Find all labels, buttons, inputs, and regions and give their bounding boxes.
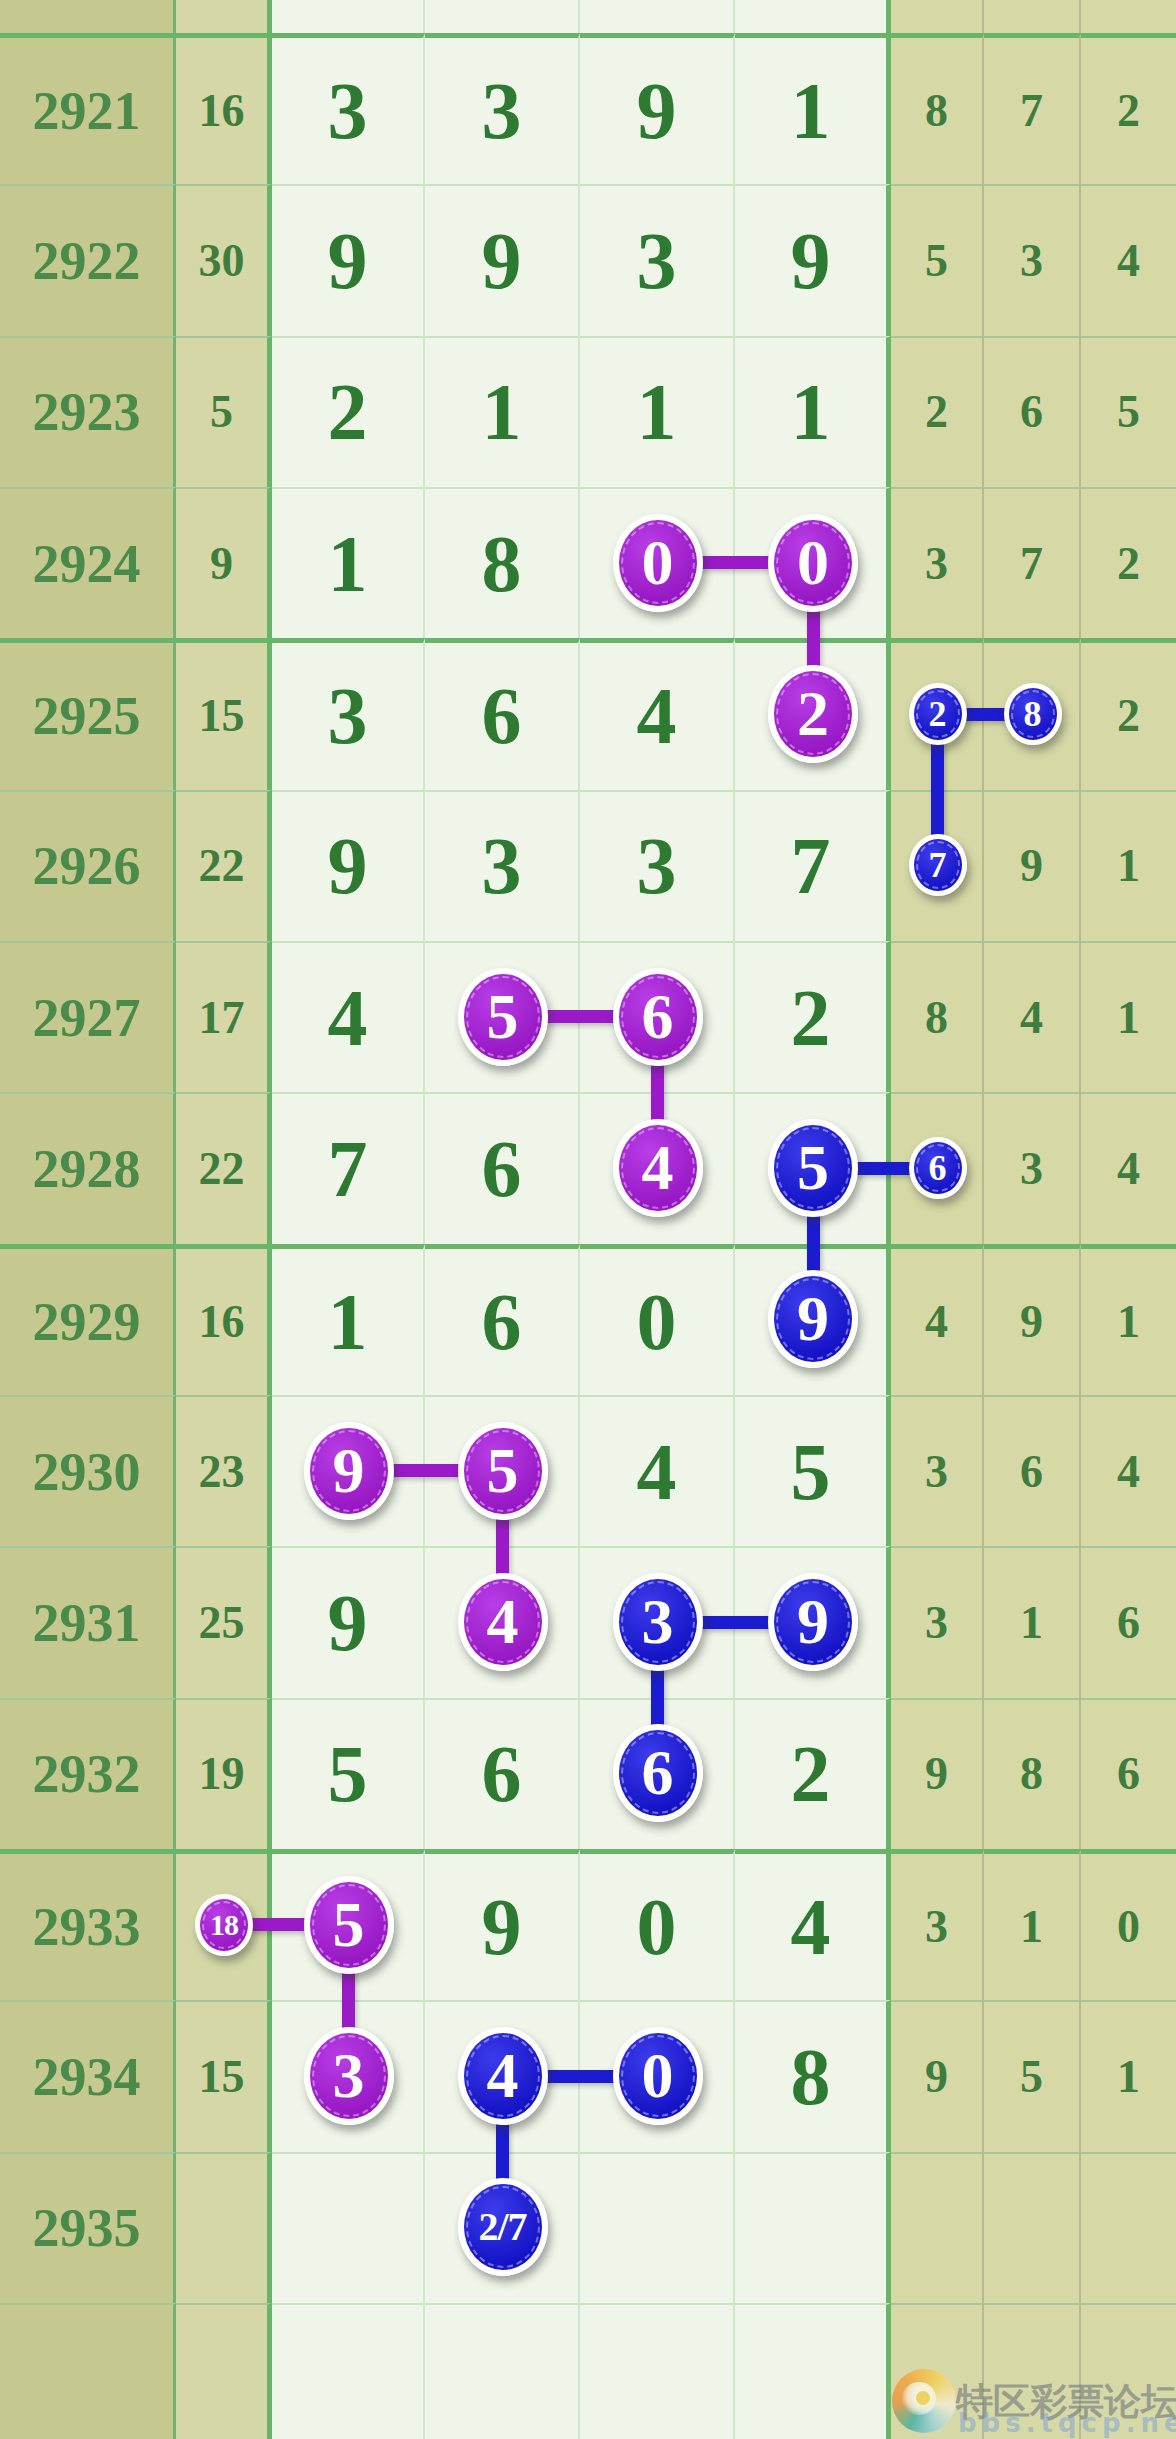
cell-2933-t3: 0: [1081, 1849, 1176, 2000]
cell-2928-issue: 2928: [0, 1092, 176, 1243]
cell-2922-d4: 9: [735, 184, 891, 335]
header-cell-d3: [580, 0, 735, 33]
cell-2926-t2: 9: [984, 790, 1081, 941]
cell-2924-sum: 9: [176, 487, 272, 638]
cell-2931-sum: 25: [176, 1546, 272, 1697]
circle-2934-d2: 4: [458, 2027, 548, 2125]
cell-2933-d2: 9: [425, 1849, 580, 2000]
circle-2935-d2: 2/7: [458, 2178, 548, 2276]
cell-2926-d2: 3: [425, 790, 580, 941]
cell-2932-t2: 8: [984, 1698, 1081, 1849]
cell-2925-sum: 15: [176, 638, 272, 789]
header-cell-d4: [735, 0, 891, 33]
cell-2935-t2: [984, 2152, 1081, 2303]
bottom-cell-d3: [580, 2303, 735, 2439]
circle-2927-d3: 6: [613, 968, 703, 1066]
cell-2921-sum: 16: [176, 33, 272, 184]
header-cell-t1: [891, 0, 984, 33]
cell-2924-t3: 2: [1081, 487, 1176, 638]
circle-2930-d2: 5: [458, 1422, 548, 1520]
cell-2922-t3: 4: [1081, 184, 1176, 335]
cell-2928-d2: 6: [425, 1092, 580, 1243]
cell-2934-t2: 5: [984, 2000, 1081, 2151]
cell-2921-d2: 3: [425, 33, 580, 184]
cell-2930-t1: 3: [891, 1395, 984, 1546]
cell-2923-d3: 1: [580, 336, 735, 487]
cell-2927-d4: 2: [735, 941, 891, 1092]
circle-2934-d1: 3: [304, 2027, 394, 2125]
cell-2933-issue: 2933: [0, 1849, 176, 2000]
cell-2931-t1: 3: [891, 1546, 984, 1697]
cell-2928-d1: 7: [272, 1092, 425, 1243]
cell-2932-t1: 9: [891, 1698, 984, 1849]
circle-2931-d2: 4: [458, 1573, 548, 1671]
cell-2926-d3: 3: [580, 790, 735, 941]
cell-2930-t3: 4: [1081, 1395, 1176, 1546]
cell-2922-d2: 9: [425, 184, 580, 335]
cell-2932-t3: 6: [1081, 1698, 1176, 1849]
bottom-cell-issue: [0, 2303, 176, 2439]
circle-2927-d2: 5: [458, 968, 548, 1066]
cell-2923-d4: 1: [735, 336, 891, 487]
circle-2930-d1: 9: [304, 1422, 394, 1520]
cell-2921-t2: 7: [984, 33, 1081, 184]
cell-2926-d4: 7: [735, 790, 891, 941]
cell-2922-d1: 9: [272, 184, 425, 335]
cell-2929-d1: 1: [272, 1244, 425, 1395]
cell-2926-issue: 2926: [0, 790, 176, 941]
cell-2921-d3: 9: [580, 33, 735, 184]
watermark-url: bbs.tqcp.net: [958, 2408, 1176, 2438]
circle-2931-d4: 9: [768, 1573, 858, 1671]
cell-2929-sum: 16: [176, 1244, 272, 1395]
cell-2927-sum: 17: [176, 941, 272, 1092]
circle-2932-d3: 6: [613, 1724, 703, 1822]
cell-2921-t3: 2: [1081, 33, 1176, 184]
cell-2935-d1: [272, 2152, 425, 2303]
lottery-trend-chart-board: 特区彩票论坛 bbs.tqcp.net 29211633918722922309…: [0, 0, 1176, 2439]
cell-2927-t1: 8: [891, 941, 984, 1092]
cell-2931-t2: 1: [984, 1546, 1081, 1697]
cell-2925-d3: 4: [580, 638, 735, 789]
circle-2933-sum: 18: [195, 1894, 253, 1956]
cell-2933-d4: 4: [735, 1849, 891, 2000]
cell-2932-d2: 6: [425, 1698, 580, 1849]
cell-2929-d3: 0: [580, 1244, 735, 1395]
cell-2927-d1: 4: [272, 941, 425, 1092]
cell-2922-t2: 3: [984, 184, 1081, 335]
cell-2926-sum: 22: [176, 790, 272, 941]
cell-2927-issue: 2927: [0, 941, 176, 1092]
cell-2934-issue: 2934: [0, 2000, 176, 2151]
forum-logo-icon: [892, 2369, 956, 2433]
circle-2925-t1: 2: [909, 683, 967, 745]
cell-2927-t2: 4: [984, 941, 1081, 1092]
cell-2931-t3: 6: [1081, 1546, 1176, 1697]
circle-2931-d3: 3: [613, 1573, 703, 1671]
header-cell-d1: [272, 0, 425, 33]
bottom-cell-d1: [272, 2303, 425, 2439]
circle-2925-t2: 8: [1004, 683, 1062, 745]
cell-2923-t1: 2: [891, 336, 984, 487]
circle-2933-d1: 5: [304, 1876, 394, 1974]
circle-2929-d4: 9: [768, 1270, 858, 1368]
cell-2923-d2: 1: [425, 336, 580, 487]
cell-2924-d2: 8: [425, 487, 580, 638]
cell-2923-sum: 5: [176, 336, 272, 487]
cell-2934-t3: 1: [1081, 2000, 1176, 2151]
cell-2922-sum: 30: [176, 184, 272, 335]
circle-2934-d3: 0: [613, 2027, 703, 2125]
circle-2928-t1: 6: [909, 1137, 967, 1199]
cell-2921-d1: 3: [272, 33, 425, 184]
cell-2925-t3: 2: [1081, 638, 1176, 789]
cell-2929-d2: 6: [425, 1244, 580, 1395]
circle-2925-d4: 2: [768, 665, 858, 763]
cell-2929-t2: 9: [984, 1244, 1081, 1395]
cell-2922-issue: 2922: [0, 184, 176, 335]
cell-2928-t3: 4: [1081, 1092, 1176, 1243]
cell-2925-d2: 6: [425, 638, 580, 789]
header-cell-t3: [1081, 0, 1176, 33]
cell-2926-d1: 9: [272, 790, 425, 941]
cell-2923-t2: 6: [984, 336, 1081, 487]
cell-2921-d4: 1: [735, 33, 891, 184]
cell-2927-t3: 1: [1081, 941, 1176, 1092]
cell-2924-t1: 3: [891, 487, 984, 638]
circle-2924-d4: 0: [768, 514, 858, 612]
cell-2921-issue: 2921: [0, 33, 176, 184]
cell-2922-t1: 5: [891, 184, 984, 335]
cell-2933-t1: 3: [891, 1849, 984, 2000]
cell-2923-d1: 2: [272, 336, 425, 487]
cell-2935-t3: [1081, 2152, 1176, 2303]
cell-2922-d3: 3: [580, 184, 735, 335]
header-cell-d2: [425, 0, 580, 33]
cell-2935-t1: [891, 2152, 984, 2303]
circle-2924-d3: 0: [613, 514, 703, 612]
cell-2933-t2: 1: [984, 1849, 1081, 2000]
cell-2925-issue: 2925: [0, 638, 176, 789]
cell-2928-t2: 3: [984, 1092, 1081, 1243]
cell-2924-t2: 7: [984, 487, 1081, 638]
cell-2930-t2: 6: [984, 1395, 1081, 1546]
bottom-cell-d4: [735, 2303, 891, 2439]
cell-2930-issue: 2930: [0, 1395, 176, 1546]
circle-2928-d4: 5: [768, 1119, 858, 1217]
cell-2930-d4: 5: [735, 1395, 891, 1546]
cell-2932-sum: 19: [176, 1698, 272, 1849]
header-cell-t2: [984, 0, 1081, 33]
cell-2926-t3: 1: [1081, 790, 1176, 941]
cell-2929-t1: 4: [891, 1244, 984, 1395]
cell-2935-d3: [580, 2152, 735, 2303]
cell-2931-issue: 2931: [0, 1546, 176, 1697]
cell-2935-d4: [735, 2152, 891, 2303]
cell-2935-issue: 2935: [0, 2152, 176, 2303]
cell-2935-sum: [176, 2152, 272, 2303]
cell-2933-d3: 0: [580, 1849, 735, 2000]
cell-2923-t3: 5: [1081, 336, 1176, 487]
cell-2932-d4: 2: [735, 1698, 891, 1849]
cell-2929-issue: 2929: [0, 1244, 176, 1395]
cell-2932-issue: 2932: [0, 1698, 176, 1849]
cell-2929-t3: 1: [1081, 1244, 1176, 1395]
circle-2928-d3: 4: [613, 1119, 703, 1217]
cell-2923-issue: 2923: [0, 336, 176, 487]
cell-2930-sum: 23: [176, 1395, 272, 1546]
cell-2934-d4: 8: [735, 2000, 891, 2151]
cell-2934-sum: 15: [176, 2000, 272, 2151]
header-cell-sum: [176, 0, 272, 33]
cell-2924-d1: 1: [272, 487, 425, 638]
bottom-cell-d2: [425, 2303, 580, 2439]
cell-2924-issue: 2924: [0, 487, 176, 638]
cell-2921-t1: 8: [891, 33, 984, 184]
bottom-cell-sum: [176, 2303, 272, 2439]
cell-2925-d1: 3: [272, 638, 425, 789]
cell-2932-d1: 5: [272, 1698, 425, 1849]
cell-2928-sum: 22: [176, 1092, 272, 1243]
cell-2931-d1: 9: [272, 1546, 425, 1697]
header-cell-issue: [0, 0, 176, 33]
cell-2934-t1: 9: [891, 2000, 984, 2151]
cell-2930-d3: 4: [580, 1395, 735, 1546]
circle-2926-t1: 7: [909, 834, 967, 896]
